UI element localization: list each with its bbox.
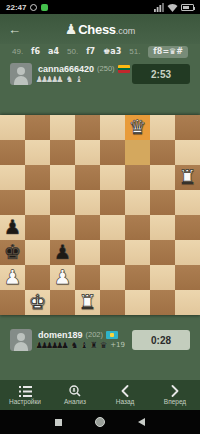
android-back-button[interactable] [138,418,145,426]
square-d6[interactable] [75,165,100,190]
square-a6[interactable] [0,165,25,190]
square-f8[interactable]: ♛ [125,115,150,140]
square-h8[interactable] [175,115,200,140]
android-nav-bar [0,410,200,434]
captured-piece-icon: ♝ [75,74,83,84]
square-b7[interactable] [25,140,50,165]
alarm-icon [30,4,37,11]
avatar-body-shape [14,76,28,85]
status-bar: 22:47 [0,0,200,14]
white-queen-piece[interactable]: ♛ [129,115,147,140]
square-g7[interactable] [150,140,175,165]
square-g1[interactable] [150,290,175,315]
square-a7[interactable] [0,140,25,165]
square-a1[interactable] [0,290,25,315]
square-f3[interactable] [125,240,150,265]
clock-bottom-time: 0:28 [151,335,171,346]
square-h3[interactable] [175,240,200,265]
forward-chevron-icon [171,385,179,397]
material-advantage: +19 [110,340,125,350]
square-a2[interactable]: ♟ [0,265,25,290]
square-b6[interactable] [25,165,50,190]
square-h2[interactable] [175,265,200,290]
move-text[interactable]: f7 [86,47,95,56]
player-top-name: canna666420 [38,64,94,74]
square-d3[interactable] [75,240,100,265]
nav-analysis[interactable]: Анализ [50,385,100,405]
wifi-icon [167,3,178,12]
clock-top: 2:53 [132,64,190,84]
white-rook-piece[interactable]: ♜ [79,290,97,315]
square-a4[interactable]: ♟ [0,215,25,240]
square-h1[interactable] [175,290,200,315]
square-e4[interactable] [100,215,125,240]
square-g4[interactable] [150,215,175,240]
avatar-bottom[interactable] [10,329,32,351]
player-bottom-rating: (202) [86,330,104,339]
avatar-head-shape [17,67,25,75]
back-arrow-button[interactable]: ← [8,14,21,44]
player-top-rating: (250) [97,64,115,73]
captured-piece-icon: ♞ [71,340,79,350]
logo-tld: .com [116,26,136,36]
square-e1[interactable] [100,290,125,315]
clock-bottom: 0:28 [132,330,190,350]
square-h7[interactable] [175,140,200,165]
move-list: 49.f6a450.f7♚a351.f8=♛# [0,44,200,59]
nav-settings-label: Настройки [9,398,41,405]
nav-analysis-label: Анализ [64,398,86,405]
square-c3[interactable]: ♟ [50,240,75,265]
move-number: 50. [67,47,78,56]
square-f1[interactable] [125,290,150,315]
player-top-row[interactable]: canna666420 (250) ♟♟♟♟♟♞♝ 2:53 [0,59,200,115]
white-rook-piece[interactable]: ♜ [179,165,197,190]
square-b2[interactable] [25,265,50,290]
move-number: 51. [129,47,140,56]
square-f6[interactable] [125,165,150,190]
chess-board[interactable]: ♛♜♟♚♟♟♟♚♜ [0,115,200,315]
captured-piece-icon: ♟ [61,340,69,350]
avatar-body-shape [14,342,28,351]
black-pawn-piece[interactable]: ♟ [54,240,72,265]
avatar-head-shape [17,333,25,341]
black-pawn-piece[interactable]: ♟ [4,215,22,240]
square-e7[interactable] [100,140,125,165]
square-b1[interactable]: ♚ [25,290,50,315]
square-d2[interactable] [75,265,100,290]
square-g2[interactable] [150,265,175,290]
square-f2[interactable] [125,265,150,290]
square-b3[interactable] [25,240,50,265]
square-h4[interactable] [175,215,200,240]
square-c7[interactable] [50,140,75,165]
bottom-nav-bar: Настройки Анализ Назад Вперед [0,380,200,410]
move-text[interactable]: a4 [48,47,59,56]
android-home-button[interactable] [95,417,105,427]
square-d5[interactable] [75,190,100,215]
black-king-piece[interactable]: ♚ [4,240,22,265]
nav-back-label: Назад [116,398,135,405]
notification-app-icon [41,4,48,11]
move-text[interactable]: f6 [31,47,40,56]
square-d4[interactable] [75,215,100,240]
settings-list-icon [19,385,32,397]
captured-piece-icon: ♜ [90,340,98,350]
square-c5[interactable] [50,190,75,215]
nav-settings[interactable]: Настройки [0,385,50,405]
square-g8[interactable] [150,115,175,140]
square-c2[interactable]: ♟ [50,265,75,290]
square-h6[interactable]: ♜ [175,165,200,190]
chesscom-logo: ♟ Chess .com [65,22,136,37]
square-a8[interactable] [0,115,25,140]
white-king-piece[interactable]: ♚ [29,290,47,315]
captured-piece-icon: ♝ [80,340,88,350]
square-c4[interactable] [50,215,75,240]
square-d8[interactable] [75,115,100,140]
square-b5[interactable] [25,190,50,215]
square-f4[interactable] [125,215,150,240]
app-header: ← ♟ Chess .com [0,14,200,44]
white-pawn-piece[interactable]: ♟ [4,265,22,290]
captured-pieces-top: ♟♟♟♟♟♞♝ [38,74,130,84]
square-a3[interactable]: ♚ [0,240,25,265]
square-e8[interactable] [100,115,125,140]
clock-top-time: 2:53 [151,69,171,80]
square-f7[interactable] [125,140,150,165]
back-chevron-icon [121,385,129,397]
move-number: 49. [12,47,23,56]
square-e5[interactable] [100,190,125,215]
square-c1[interactable] [50,290,75,315]
captured-piece-icon: ♞ [66,74,74,84]
white-pawn-piece[interactable]: ♟ [54,265,72,290]
analysis-magnifier-icon [69,385,81,397]
nav-forward-label: Вперед [164,398,186,405]
android-recents-button[interactable] [55,419,62,426]
captured-piece-icon: ♛ [100,340,108,350]
status-time: 22:47 [6,3,26,12]
player-bottom-row[interactable]: domen189 (202) ♟♟♟♟♟♟♞♝♜♛+19 0:28 [0,315,200,380]
square-h5[interactable] [175,190,200,215]
square-g5[interactable] [150,190,175,215]
square-b8[interactable] [25,115,50,140]
square-b4[interactable] [25,215,50,240]
square-d7[interactable] [75,140,100,165]
square-e6[interactable] [100,165,125,190]
logo-text: Chess [78,22,116,37]
square-e3[interactable] [100,240,125,265]
nav-forward[interactable]: Вперед [150,385,200,405]
move-text[interactable]: f8=♛# [148,46,188,58]
move-text[interactable]: ♚a3 [103,47,121,56]
avatar-top[interactable] [10,63,32,85]
square-c6[interactable] [50,165,75,190]
square-c8[interactable] [50,115,75,140]
logo-pawn-icon: ♟ [65,22,78,36]
square-g6[interactable] [150,165,175,190]
chess-app-screen: 22:47 ← ♟ Chess .com 49.f6a450.f7♚a351.f… [0,0,200,434]
square-d1[interactable]: ♜ [75,290,100,315]
player-top-flag-lithuania [118,65,130,73]
square-g3[interactable] [150,240,175,265]
square-e2[interactable] [100,265,125,290]
square-f5[interactable] [125,190,150,215]
square-a5[interactable] [0,190,25,215]
captured-piece-icon: ♟ [56,74,64,84]
captured-pieces-bottom: ♟♟♟♟♟♟♞♝♜♛+19 [38,340,125,350]
cell-signal-icon [154,3,164,12]
player-bottom-name: domen189 [38,330,83,340]
battery-icon [181,4,194,11]
player-bottom-flag-kazakhstan [106,331,118,339]
nav-back[interactable]: Назад [100,385,150,405]
